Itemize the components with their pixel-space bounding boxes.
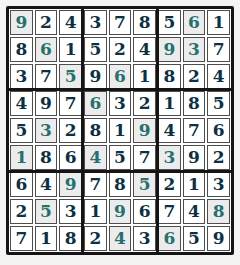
cell-r5c4[interactable]: 8 bbox=[84, 118, 107, 143]
cell-r7c8[interactable]: 1 bbox=[183, 172, 206, 197]
cell-r4c7[interactable]: 1 bbox=[158, 91, 181, 116]
cell-r1c6[interactable]: 8 bbox=[133, 10, 156, 35]
cell-r8c3[interactable]: 3 bbox=[59, 199, 82, 224]
cell-r6c1[interactable]: 1 bbox=[10, 145, 33, 170]
cell-r5c5[interactable]: 1 bbox=[109, 118, 132, 143]
cell-r4c2[interactable]: 9 bbox=[35, 91, 58, 116]
cell-r9c2[interactable]: 1 bbox=[35, 226, 58, 251]
cell-r7c3[interactable]: 9 bbox=[59, 172, 82, 197]
cell-r8c6[interactable]: 6 bbox=[133, 199, 156, 224]
cell-r5c3[interactable]: 2 bbox=[59, 118, 82, 143]
cell-r2c9[interactable]: 7 bbox=[207, 37, 230, 62]
cell-r5c8[interactable]: 7 bbox=[183, 118, 206, 143]
cell-r1c1[interactable]: 9 bbox=[10, 10, 33, 35]
cell-r2c6[interactable]: 4 bbox=[133, 37, 156, 62]
cell-r6c4[interactable]: 4 bbox=[84, 145, 107, 170]
cell-r5c9[interactable]: 6 bbox=[207, 118, 230, 143]
cell-r9c9[interactable]: 9 bbox=[207, 226, 230, 251]
cell-r4c1[interactable]: 4 bbox=[10, 91, 33, 116]
cell-r9c8[interactable]: 5 bbox=[183, 226, 206, 251]
cell-r8c1[interactable]: 2 bbox=[10, 199, 33, 224]
cell-r9c4[interactable]: 2 bbox=[84, 226, 107, 251]
cell-r1c5[interactable]: 7 bbox=[109, 10, 132, 35]
cell-r4c5[interactable]: 3 bbox=[109, 91, 132, 116]
cell-r1c8[interactable]: 6 bbox=[183, 10, 206, 35]
sudoku-board: 9243785618615249373759618244976321855328… bbox=[6, 6, 234, 255]
cell-r7c9[interactable]: 3 bbox=[207, 172, 230, 197]
cell-r3c6[interactable]: 1 bbox=[133, 64, 156, 89]
cell-r6c5[interactable]: 5 bbox=[109, 145, 132, 170]
cell-r9c5[interactable]: 4 bbox=[109, 226, 132, 251]
cell-r9c6[interactable]: 3 bbox=[133, 226, 156, 251]
cell-r7c6[interactable]: 5 bbox=[133, 172, 156, 197]
cell-r4c6[interactable]: 2 bbox=[133, 91, 156, 116]
cell-r3c5[interactable]: 6 bbox=[109, 64, 132, 89]
cell-r8c8[interactable]: 4 bbox=[183, 199, 206, 224]
cell-r5c7[interactable]: 4 bbox=[158, 118, 181, 143]
cell-r4c3[interactable]: 7 bbox=[59, 91, 82, 116]
cell-r4c9[interactable]: 5 bbox=[207, 91, 230, 116]
cell-r1c4[interactable]: 3 bbox=[84, 10, 107, 35]
cell-r2c7[interactable]: 9 bbox=[158, 37, 181, 62]
cell-r8c7[interactable]: 7 bbox=[158, 199, 181, 224]
cell-r8c2[interactable]: 5 bbox=[35, 199, 58, 224]
cell-r3c4[interactable]: 9 bbox=[84, 64, 107, 89]
cell-r3c1[interactable]: 3 bbox=[10, 64, 33, 89]
cell-r9c1[interactable]: 7 bbox=[10, 226, 33, 251]
cell-r3c8[interactable]: 2 bbox=[183, 64, 206, 89]
cell-r6c6[interactable]: 7 bbox=[133, 145, 156, 170]
cell-r3c2[interactable]: 7 bbox=[35, 64, 58, 89]
cell-r2c8[interactable]: 3 bbox=[183, 37, 206, 62]
cell-r2c3[interactable]: 1 bbox=[59, 37, 82, 62]
cell-r6c9[interactable]: 2 bbox=[207, 145, 230, 170]
cell-r2c1[interactable]: 8 bbox=[10, 37, 33, 62]
cell-r2c4[interactable]: 5 bbox=[84, 37, 107, 62]
cell-r8c4[interactable]: 1 bbox=[84, 199, 107, 224]
cell-r1c3[interactable]: 4 bbox=[59, 10, 82, 35]
cell-r7c7[interactable]: 2 bbox=[158, 172, 181, 197]
cell-r3c9[interactable]: 4 bbox=[207, 64, 230, 89]
cell-r1c7[interactable]: 5 bbox=[158, 10, 181, 35]
cell-r9c7[interactable]: 6 bbox=[158, 226, 181, 251]
cell-r4c4[interactable]: 6 bbox=[84, 91, 107, 116]
cell-r7c2[interactable]: 4 bbox=[35, 172, 58, 197]
cell-r7c4[interactable]: 7 bbox=[84, 172, 107, 197]
cell-r1c2[interactable]: 2 bbox=[35, 10, 58, 35]
cell-r6c7[interactable]: 3 bbox=[158, 145, 181, 170]
cell-r1c9[interactable]: 1 bbox=[207, 10, 230, 35]
cell-r7c1[interactable]: 6 bbox=[10, 172, 33, 197]
cell-r9c3[interactable]: 8 bbox=[59, 226, 82, 251]
cell-r5c2[interactable]: 3 bbox=[35, 118, 58, 143]
cell-r3c7[interactable]: 8 bbox=[158, 64, 181, 89]
cell-r6c3[interactable]: 6 bbox=[59, 145, 82, 170]
cell-r5c1[interactable]: 5 bbox=[10, 118, 33, 143]
cells-layer: 9243785618615249373759618244976321855328… bbox=[9, 9, 231, 252]
cell-r6c2[interactable]: 8 bbox=[35, 145, 58, 170]
cell-r2c2[interactable]: 6 bbox=[35, 37, 58, 62]
cell-r4c8[interactable]: 8 bbox=[183, 91, 206, 116]
cell-r3c3[interactable]: 5 bbox=[59, 64, 82, 89]
cell-r7c5[interactable]: 8 bbox=[109, 172, 132, 197]
cell-r8c9[interactable]: 8 bbox=[207, 199, 230, 224]
cell-r2c5[interactable]: 2 bbox=[109, 37, 132, 62]
cell-r8c5[interactable]: 9 bbox=[109, 199, 132, 224]
cell-r5c6[interactable]: 9 bbox=[133, 118, 156, 143]
cell-r6c8[interactable]: 9 bbox=[183, 145, 206, 170]
